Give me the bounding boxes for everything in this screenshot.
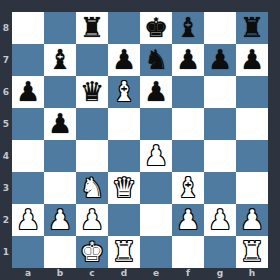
square-e5[interactable] — [140, 108, 172, 140]
square-b8[interactable] — [44, 12, 76, 44]
square-d7[interactable]: ♟ — [108, 44, 140, 76]
square-c3[interactable]: ♞ — [76, 172, 108, 204]
white-pawn[interactable]: ♟ — [172, 204, 204, 236]
square-b2[interactable]: ♟ — [44, 204, 76, 236]
file-labels: abcdefgh — [12, 268, 268, 280]
square-h6[interactable] — [236, 76, 268, 108]
rank-label-8: 8 — [0, 12, 12, 44]
white-knight[interactable]: ♞ — [76, 172, 108, 204]
rank-labels: 87654321 — [0, 12, 12, 268]
black-pawn[interactable]: ♟ — [108, 44, 140, 76]
square-e2[interactable] — [140, 204, 172, 236]
square-c8[interactable]: ♜ — [76, 12, 108, 44]
square-h7[interactable]: ♟ — [236, 44, 268, 76]
square-f5[interactable] — [172, 108, 204, 140]
white-pawn[interactable]: ♟ — [236, 204, 268, 236]
file-label-b: b — [44, 268, 76, 280]
square-g8[interactable] — [204, 12, 236, 44]
square-d5[interactable] — [108, 108, 140, 140]
square-a5[interactable] — [12, 108, 44, 140]
file-label-f: f — [172, 268, 204, 280]
rank-label-6: 6 — [0, 76, 12, 108]
black-rook[interactable]: ♜ — [76, 12, 108, 44]
square-g3[interactable] — [204, 172, 236, 204]
white-rook[interactable]: ♜ — [108, 236, 140, 268]
square-e8[interactable]: ♚ — [140, 12, 172, 44]
file-label-e: e — [140, 268, 172, 280]
file-label-g: g — [204, 268, 236, 280]
black-pawn[interactable]: ♟ — [236, 44, 268, 76]
square-d8[interactable] — [108, 12, 140, 44]
square-h8[interactable]: ♜ — [236, 12, 268, 44]
white-rook[interactable]: ♜ — [236, 236, 268, 268]
square-g4[interactable] — [204, 140, 236, 172]
rank-label-5: 5 — [0, 108, 12, 140]
square-g2[interactable]: ♟ — [204, 204, 236, 236]
square-b3[interactable] — [44, 172, 76, 204]
square-c7[interactable] — [76, 44, 108, 76]
black-king[interactable]: ♚ — [140, 12, 172, 44]
file-label-c: c — [76, 268, 108, 280]
square-e7[interactable]: ♞ — [140, 44, 172, 76]
square-h1[interactable]: ♜ — [236, 236, 268, 268]
square-h4[interactable] — [236, 140, 268, 172]
square-b5[interactable]: ♟ — [44, 108, 76, 140]
black-bishop[interactable]: ♝ — [44, 44, 76, 76]
white-bishop[interactable]: ♝ — [108, 76, 140, 108]
square-h3[interactable] — [236, 172, 268, 204]
square-h2[interactable]: ♟ — [236, 204, 268, 236]
square-d6[interactable]: ♝ — [108, 76, 140, 108]
square-f2[interactable]: ♟ — [172, 204, 204, 236]
white-pawn[interactable]: ♟ — [204, 204, 236, 236]
black-pawn[interactable]: ♟ — [172, 44, 204, 76]
square-a8[interactable] — [12, 12, 44, 44]
square-f4[interactable] — [172, 140, 204, 172]
square-a3[interactable] — [12, 172, 44, 204]
square-c6[interactable]: ♛ — [76, 76, 108, 108]
square-a4[interactable] — [12, 140, 44, 172]
square-g1[interactable] — [204, 236, 236, 268]
rank-label-1: 1 — [0, 236, 12, 268]
black-knight[interactable]: ♞ — [140, 44, 172, 76]
square-g6[interactable] — [204, 76, 236, 108]
square-a6[interactable]: ♟ — [12, 76, 44, 108]
square-b4[interactable] — [44, 140, 76, 172]
white-pawn[interactable]: ♟ — [140, 140, 172, 172]
square-d2[interactable] — [108, 204, 140, 236]
rank-label-3: 3 — [0, 172, 12, 204]
square-d3[interactable]: ♛ — [108, 172, 140, 204]
white-king[interactable]: ♚ — [76, 236, 108, 268]
square-c5[interactable] — [76, 108, 108, 140]
black-pawn[interactable]: ♟ — [204, 44, 236, 76]
square-c4[interactable] — [76, 140, 108, 172]
square-g5[interactable] — [204, 108, 236, 140]
square-c1[interactable]: ♚ — [76, 236, 108, 268]
square-f8[interactable]: ♝ — [172, 12, 204, 44]
square-e3[interactable] — [140, 172, 172, 204]
file-label-h: h — [236, 268, 268, 280]
square-b7[interactable]: ♝ — [44, 44, 76, 76]
white-bishop[interactable]: ♝ — [172, 172, 204, 204]
square-b1[interactable] — [44, 236, 76, 268]
square-h5[interactable] — [236, 108, 268, 140]
square-d1[interactable]: ♜ — [108, 236, 140, 268]
square-e4[interactable]: ♟ — [140, 140, 172, 172]
white-queen[interactable]: ♛ — [108, 172, 140, 204]
black-rook[interactable]: ♜ — [236, 12, 268, 44]
square-g7[interactable]: ♟ — [204, 44, 236, 76]
rank-label-4: 4 — [0, 140, 12, 172]
square-c2[interactable]: ♟ — [76, 204, 108, 236]
square-f1[interactable] — [172, 236, 204, 268]
file-label-a: a — [12, 268, 44, 280]
rank-label-2: 2 — [0, 204, 12, 236]
square-b6[interactable] — [44, 76, 76, 108]
black-bishop[interactable]: ♝ — [172, 12, 204, 44]
rank-label-7: 7 — [0, 44, 12, 76]
square-a1[interactable] — [12, 236, 44, 268]
white-pawn[interactable]: ♟ — [76, 204, 108, 236]
black-pawn[interactable]: ♟ — [12, 76, 44, 108]
square-f3[interactable]: ♝ — [172, 172, 204, 204]
black-pawn[interactable]: ♟ — [44, 108, 76, 140]
chess-board[interactable]: ♜♚♝♜♝♟♞♟♟♟♟♛♝♟♟♟♞♛♝♟♟♟♟♟♟♚♜♜ — [12, 12, 268, 268]
square-a7[interactable] — [12, 44, 44, 76]
square-a2[interactable]: ♟ — [12, 204, 44, 236]
chess-board-frame: 87654321 ♜♚♝♜♝♟♞♟♟♟♟♛♝♟♟♟♞♛♝♟♟♟♟♟♟♚♜♜ ab… — [0, 0, 280, 280]
white-pawn[interactable]: ♟ — [44, 204, 76, 236]
file-label-d: d — [108, 268, 140, 280]
square-f6[interactable] — [172, 76, 204, 108]
black-pawn[interactable]: ♟ — [140, 76, 172, 108]
black-queen[interactable]: ♛ — [76, 76, 108, 108]
square-e1[interactable] — [140, 236, 172, 268]
white-pawn[interactable]: ♟ — [12, 204, 44, 236]
square-f7[interactable]: ♟ — [172, 44, 204, 76]
square-e6[interactable]: ♟ — [140, 76, 172, 108]
square-d4[interactable] — [108, 140, 140, 172]
